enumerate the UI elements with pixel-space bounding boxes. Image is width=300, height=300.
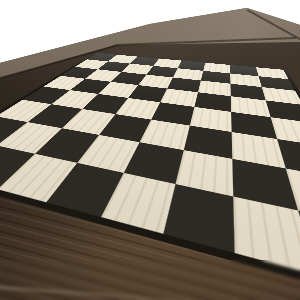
depth-blur-overlay-strong [0, 260, 300, 300]
photo-scene [0, 0, 300, 300]
depth-blur-overlay [0, 205, 300, 260]
